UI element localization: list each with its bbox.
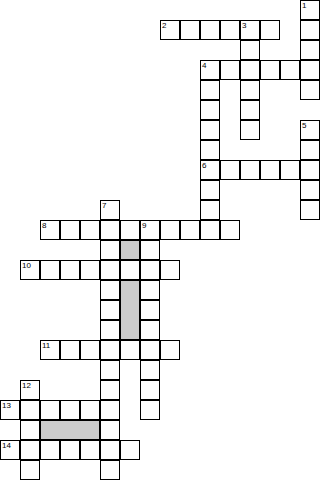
- cell-c5-r15[interactable]: [100, 300, 120, 320]
- cell-c3-r17[interactable]: [60, 340, 80, 360]
- cell-c15-r9[interactable]: [300, 180, 320, 200]
- cell-c12-r8[interactable]: [240, 160, 260, 180]
- cell-c2-r11[interactable]: [40, 220, 60, 240]
- cell-c7-r19[interactable]: [140, 380, 160, 400]
- cell-c1-r19[interactable]: [20, 380, 40, 400]
- cell-c2-r22[interactable]: [40, 440, 60, 460]
- cell-c10-r1[interactable]: [200, 20, 220, 40]
- cell-c7-r15[interactable]: [140, 300, 160, 320]
- cell-c15-r10[interactable]: [300, 200, 320, 220]
- cell-c3-r13[interactable]: [60, 260, 80, 280]
- cell-c15-r6[interactable]: [300, 120, 320, 140]
- cell-c6-r11[interactable]: [120, 220, 140, 240]
- cell-c12-r6[interactable]: [240, 120, 260, 140]
- cell-c5-r21[interactable]: [100, 420, 120, 440]
- cell-c2-r13[interactable]: [40, 260, 60, 280]
- cell-c2-r20[interactable]: [40, 400, 60, 420]
- cell-c14-r8[interactable]: [280, 160, 300, 180]
- cell-c1-r23[interactable]: [20, 460, 40, 480]
- cell-c12-r3[interactable]: [240, 60, 260, 80]
- cell-c5-r12[interactable]: [100, 240, 120, 260]
- cell-c13-r3[interactable]: [260, 60, 280, 80]
- cell-c15-r7[interactable]: [300, 140, 320, 160]
- cell-c8-r13[interactable]: [160, 260, 180, 280]
- cell-c1-r13[interactable]: [20, 260, 40, 280]
- cell-c15-r0[interactable]: [300, 0, 320, 20]
- cell-c5-r17[interactable]: [100, 340, 120, 360]
- cell-c2-r17[interactable]: [40, 340, 60, 360]
- cell-c11-r3[interactable]: [220, 60, 240, 80]
- cell-c4-r17[interactable]: [80, 340, 100, 360]
- cell-c10-r5[interactable]: [200, 100, 220, 120]
- cell-c6-r22[interactable]: [120, 440, 140, 460]
- cell-c15-r1[interactable]: [300, 20, 320, 40]
- cell-c15-r4[interactable]: [300, 80, 320, 100]
- cell-c8-r1[interactable]: [160, 20, 180, 40]
- cell-c11-r8[interactable]: [220, 160, 240, 180]
- cell-c12-r1[interactable]: [240, 20, 260, 40]
- cell-c12-r2[interactable]: [240, 40, 260, 60]
- cell-c13-r1[interactable]: [260, 20, 280, 40]
- cell-c9-r1[interactable]: [180, 20, 200, 40]
- gray-run-2[interactable]: [40, 420, 100, 440]
- cell-c5-r16[interactable]: [100, 320, 120, 340]
- cell-c9-r11[interactable]: [180, 220, 200, 240]
- cell-c5-r18[interactable]: [100, 360, 120, 380]
- cell-c6-r17[interactable]: [120, 340, 140, 360]
- cell-c4-r20[interactable]: [80, 400, 100, 420]
- cell-c1-r20[interactable]: [20, 400, 40, 420]
- cell-c7-r16[interactable]: [140, 320, 160, 340]
- cell-c3-r22[interactable]: [60, 440, 80, 460]
- cell-c10-r4[interactable]: [200, 80, 220, 100]
- cell-c7-r12[interactable]: [140, 240, 160, 260]
- cell-c12-r4[interactable]: [240, 80, 260, 100]
- cell-c5-r19[interactable]: [100, 380, 120, 400]
- cell-c10-r8[interactable]: [200, 160, 220, 180]
- cell-c4-r22[interactable]: [80, 440, 100, 460]
- cell-c7-r13[interactable]: [140, 260, 160, 280]
- cell-c1-r22[interactable]: [20, 440, 40, 460]
- cell-c5-r11[interactable]: [100, 220, 120, 240]
- cell-c7-r20[interactable]: [140, 400, 160, 420]
- cell-c10-r9[interactable]: [200, 180, 220, 200]
- cell-c15-r2[interactable]: [300, 40, 320, 60]
- cell-c3-r11[interactable]: [60, 220, 80, 240]
- cell-c0-r20[interactable]: [0, 400, 20, 420]
- cell-c5-r13[interactable]: [100, 260, 120, 280]
- cell-c10-r7[interactable]: [200, 140, 220, 160]
- cell-c11-r11[interactable]: [220, 220, 240, 240]
- cell-c5-r10[interactable]: [100, 200, 120, 220]
- cell-c11-r1[interactable]: [220, 20, 240, 40]
- cell-c10-r11[interactable]: [200, 220, 220, 240]
- crossword-screenshot: 1234567891011121314: [0, 0, 321, 481]
- cell-c5-r23[interactable]: [100, 460, 120, 480]
- cell-c7-r14[interactable]: [140, 280, 160, 300]
- cell-c10-r6[interactable]: [200, 120, 220, 140]
- cell-c14-r3[interactable]: [280, 60, 300, 80]
- cell-c10-r10[interactable]: [200, 200, 220, 220]
- cell-c7-r18[interactable]: [140, 360, 160, 380]
- cell-c7-r17[interactable]: [140, 340, 160, 360]
- cell-c4-r11[interactable]: [80, 220, 100, 240]
- cell-c6-r13[interactable]: [120, 260, 140, 280]
- crossword-grid: 1234567891011121314: [0, 0, 321, 481]
- cell-c5-r20[interactable]: [100, 400, 120, 420]
- gray-run-0[interactable]: [120, 240, 140, 260]
- cell-c15-r8[interactable]: [300, 160, 320, 180]
- cell-c15-r3[interactable]: [300, 60, 320, 80]
- cell-c0-r22[interactable]: [0, 440, 20, 460]
- gray-run-1[interactable]: [120, 280, 140, 340]
- cell-c10-r3[interactable]: [200, 60, 220, 80]
- cell-c7-r11[interactable]: [140, 220, 160, 240]
- cell-c12-r5[interactable]: [240, 100, 260, 120]
- cell-c5-r22[interactable]: [100, 440, 120, 460]
- cell-c1-r21[interactable]: [20, 420, 40, 440]
- cell-c8-r17[interactable]: [160, 340, 180, 360]
- cell-c5-r14[interactable]: [100, 280, 120, 300]
- cell-c13-r8[interactable]: [260, 160, 280, 180]
- cell-c8-r11[interactable]: [160, 220, 180, 240]
- cell-c3-r20[interactable]: [60, 400, 80, 420]
- cell-c4-r13[interactable]: [80, 260, 100, 280]
